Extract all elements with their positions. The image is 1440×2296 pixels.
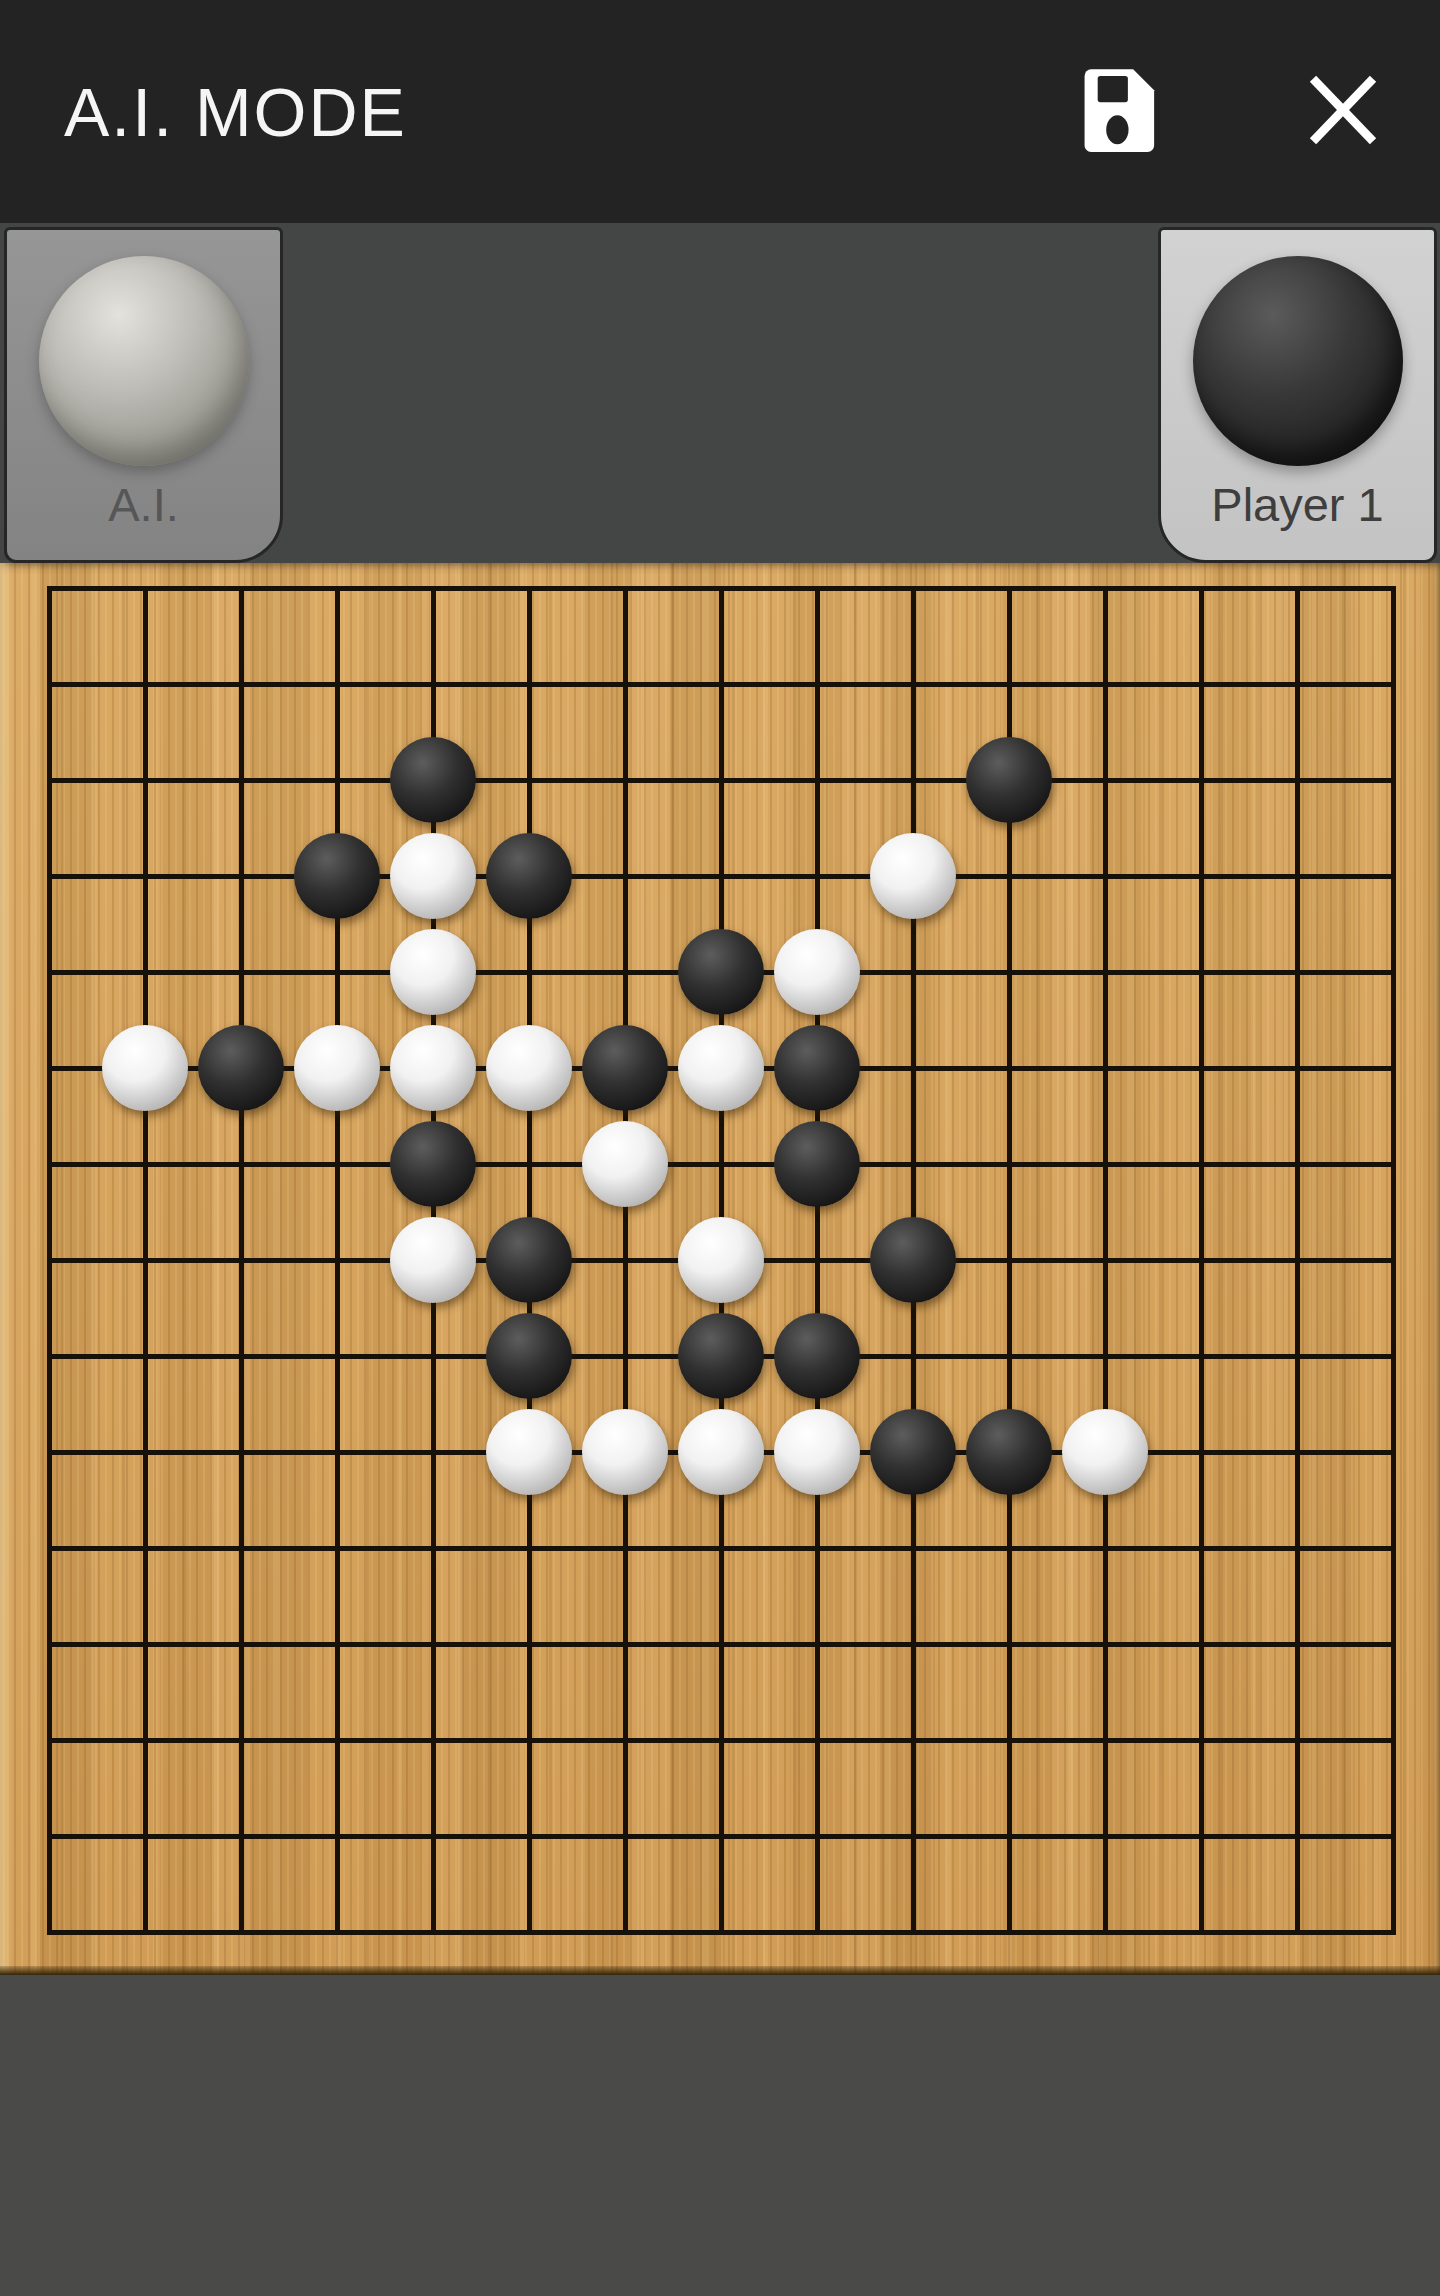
grid-line-horizontal (47, 1546, 1396, 1551)
white-stone (774, 1409, 860, 1495)
grid-line-vertical (815, 586, 820, 1935)
player-chips-strip: A.I. Player 1 (0, 223, 1440, 563)
black-stone (774, 1313, 860, 1399)
footer-background (0, 1975, 1440, 2296)
white-stone (390, 833, 476, 919)
grid-line-horizontal (47, 1642, 1396, 1647)
white-stone (390, 929, 476, 1015)
save-button[interactable] (1050, 0, 1190, 223)
close-button[interactable] (1273, 0, 1413, 223)
app-bar: A.I. MODE (0, 0, 1440, 223)
white-stone (1062, 1409, 1148, 1495)
black-stone (966, 1409, 1052, 1495)
grid-line-vertical (1391, 586, 1396, 1935)
white-stone (870, 833, 956, 919)
page-title: A.I. MODE (64, 0, 407, 223)
black-stone (294, 833, 380, 919)
player1-stone-icon (1193, 256, 1403, 466)
player-card-ai: A.I. (4, 227, 283, 563)
ai-stone-icon (39, 256, 249, 466)
black-stone (774, 1025, 860, 1111)
black-stone (870, 1409, 956, 1495)
white-stone (102, 1025, 188, 1111)
white-stone (486, 1409, 572, 1495)
black-stone (198, 1025, 284, 1111)
black-stone (678, 1313, 764, 1399)
white-stone (678, 1025, 764, 1111)
player-card-player1: Player 1 (1158, 227, 1437, 563)
white-stone (774, 929, 860, 1015)
grid-line-vertical (1199, 586, 1204, 1935)
grid-line-horizontal (47, 1738, 1396, 1743)
screen: A.I. MODE A.I. (0, 0, 1440, 2296)
gomoku-board[interactable] (0, 563, 1440, 1975)
black-stone (966, 737, 1052, 823)
black-stone (486, 833, 572, 919)
black-stone (390, 737, 476, 823)
grid-line-vertical (1103, 586, 1108, 1935)
white-stone (678, 1217, 764, 1303)
black-stone (678, 929, 764, 1015)
close-icon (1303, 72, 1383, 151)
black-stone (870, 1217, 956, 1303)
black-stone (774, 1121, 860, 1207)
black-stone (486, 1217, 572, 1303)
player1-label: Player 1 (1161, 477, 1434, 532)
save-icon (1078, 64, 1162, 159)
white-stone (390, 1025, 476, 1111)
grid-line-horizontal (47, 1834, 1396, 1839)
ai-label: A.I. (7, 477, 280, 532)
white-stone (294, 1025, 380, 1111)
white-stone (582, 1409, 668, 1495)
grid-line-vertical (1295, 586, 1300, 1935)
white-stone (486, 1025, 572, 1111)
grid-line-horizontal (47, 1930, 1396, 1935)
black-stone (486, 1313, 572, 1399)
white-stone (582, 1121, 668, 1207)
black-stone (390, 1121, 476, 1207)
white-stone (390, 1217, 476, 1303)
white-stone (678, 1409, 764, 1495)
black-stone (582, 1025, 668, 1111)
